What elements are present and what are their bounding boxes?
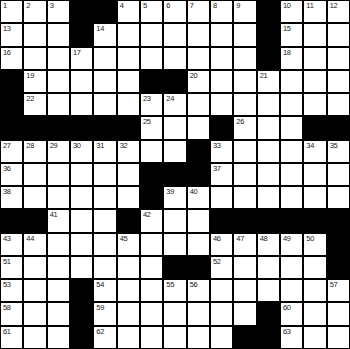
- cell-r3c3[interactable]: [71, 71, 92, 92]
- clue-number-46: 46: [213, 234, 221, 243]
- clue-number-6: 6: [166, 1, 170, 10]
- cell-r14c8[interactable]: [188, 327, 209, 348]
- cell-r5c10[interactable]: 26: [234, 117, 255, 138]
- clue-number-45: 45: [120, 234, 128, 243]
- cell-r2c8[interactable]: [188, 48, 209, 69]
- clue-number-16: 16: [3, 48, 11, 57]
- cell-r10c12[interactable]: 49: [281, 234, 302, 255]
- cell-r13c10[interactable]: [234, 303, 255, 324]
- cell-r10c8[interactable]: [188, 234, 209, 255]
- block-cell-r9c9: [211, 210, 232, 231]
- clue-number-27: 27: [3, 141, 11, 150]
- cell-r13c13[interactable]: [304, 303, 325, 324]
- cell-r5c7[interactable]: [164, 117, 185, 138]
- cell-r8c4[interactable]: [94, 187, 115, 208]
- cell-r7c1[interactable]: [24, 164, 45, 185]
- block-cell-r5c3: [71, 117, 92, 138]
- cell-r10c9[interactable]: 46: [211, 234, 232, 255]
- cell-r12c13[interactable]: [304, 280, 325, 301]
- cell-r0c12[interactable]: 10: [281, 1, 302, 22]
- cell-r2c6[interactable]: [141, 48, 162, 69]
- cell-r4c11[interactable]: [258, 94, 279, 115]
- block-cell-r9c0: [1, 210, 22, 231]
- clue-number-18: 18: [283, 48, 291, 57]
- cell-r2c14[interactable]: [328, 48, 349, 69]
- clue-number-5: 5: [143, 1, 147, 10]
- block-cell-r9c10: [234, 210, 255, 231]
- cell-r2c2[interactable]: [48, 48, 69, 69]
- cell-r11c12[interactable]: [281, 257, 302, 278]
- clue-number-2: 2: [26, 1, 30, 10]
- cell-r13c1[interactable]: [24, 303, 45, 324]
- cell-r13c9[interactable]: [211, 303, 232, 324]
- block-cell-r7c6: [141, 164, 162, 185]
- crossword-grid: 1234567891011121314151617181920212223242…: [0, 0, 350, 349]
- cell-r12c8[interactable]: 56: [188, 280, 209, 301]
- cell-r0c8[interactable]: 7: [188, 1, 209, 22]
- clue-number-13: 13: [3, 24, 11, 33]
- cell-r11c4[interactable]: [94, 257, 115, 278]
- clue-number-8: 8: [213, 1, 217, 10]
- block-cell-r11c7: [164, 257, 185, 278]
- block-cell-r5c13: [304, 117, 325, 138]
- cell-r10c3[interactable]: [71, 234, 92, 255]
- cell-r13c6[interactable]: [141, 303, 162, 324]
- clue-number-40: 40: [190, 187, 198, 196]
- clue-number-58: 58: [3, 303, 11, 312]
- cell-r7c9[interactable]: 37: [211, 164, 232, 185]
- cell-r10c11[interactable]: 48: [258, 234, 279, 255]
- cell-r4c4[interactable]: [94, 94, 115, 115]
- clue-number-41: 41: [50, 210, 58, 219]
- clue-number-23: 23: [143, 94, 151, 103]
- clue-number-10: 10: [283, 1, 291, 10]
- cell-r5c12[interactable]: [281, 117, 302, 138]
- cell-r0c14[interactable]: 12: [328, 1, 349, 22]
- clue-number-42: 42: [143, 210, 151, 219]
- cell-r12c11[interactable]: [258, 280, 279, 301]
- clue-number-17: 17: [73, 48, 81, 57]
- block-cell-r5c0: [1, 117, 22, 138]
- clue-number-50: 50: [306, 234, 314, 243]
- clue-number-59: 59: [96, 303, 104, 312]
- cell-r1c10[interactable]: [234, 24, 255, 45]
- block-cell-r0c4: [94, 1, 115, 22]
- cell-r1c4[interactable]: 14: [94, 24, 115, 45]
- cell-r11c5[interactable]: [118, 257, 139, 278]
- clue-number-11: 11: [306, 1, 313, 10]
- clue-number-29: 29: [50, 141, 58, 150]
- cell-r1c14[interactable]: [328, 24, 349, 45]
- cell-r4c12[interactable]: [281, 94, 302, 115]
- cell-r8c2[interactable]: [48, 187, 69, 208]
- cell-r6c7[interactable]: [164, 141, 185, 162]
- cell-r2c12[interactable]: 18: [281, 48, 302, 69]
- cell-r12c9[interactable]: [211, 280, 232, 301]
- cell-r13c8[interactable]: [188, 303, 209, 324]
- cell-r3c13[interactable]: [304, 71, 325, 92]
- cell-r2c5[interactable]: [118, 48, 139, 69]
- cell-r6c13[interactable]: 34: [304, 141, 325, 162]
- cell-r11c3[interactable]: [71, 257, 92, 278]
- clue-number-53: 53: [3, 280, 11, 289]
- cell-r12c6[interactable]: [141, 280, 162, 301]
- cell-r10c7[interactable]: [164, 234, 185, 255]
- cell-r10c13[interactable]: 50: [304, 234, 325, 255]
- cell-r0c9[interactable]: 8: [211, 1, 232, 22]
- cell-r7c0[interactable]: 36: [1, 164, 22, 185]
- block-cell-r14c10: [234, 327, 255, 348]
- cell-r14c4[interactable]: 62: [94, 327, 115, 348]
- cell-r4c8[interactable]: [188, 94, 209, 115]
- cell-r4c5[interactable]: [118, 94, 139, 115]
- cell-r13c7[interactable]: [164, 303, 185, 324]
- cell-r3c14[interactable]: [328, 71, 349, 92]
- cell-r1c1[interactable]: [24, 24, 45, 45]
- clue-number-33: 33: [213, 141, 221, 150]
- cell-r2c1[interactable]: [24, 48, 45, 69]
- block-cell-r6c8: [188, 141, 209, 162]
- block-cell-r9c13: [304, 210, 325, 231]
- cell-r1c2[interactable]: [48, 24, 69, 45]
- cell-r0c13[interactable]: 11: [304, 1, 325, 22]
- cell-r9c7[interactable]: [164, 210, 185, 231]
- block-cell-r5c2: [48, 117, 69, 138]
- cell-r7c12[interactable]: [281, 164, 302, 185]
- cell-r9c3[interactable]: [71, 210, 92, 231]
- clue-number-52: 52: [213, 257, 221, 266]
- block-cell-r13c11: [258, 303, 279, 324]
- block-cell-r8c6: [141, 187, 162, 208]
- cell-r6c11[interactable]: [258, 141, 279, 162]
- block-cell-r12c3: [71, 280, 92, 301]
- clue-number-44: 44: [26, 234, 34, 243]
- cell-r2c10[interactable]: [234, 48, 255, 69]
- cell-r1c12[interactable]: 15: [281, 24, 302, 45]
- cell-r1c8[interactable]: [188, 24, 209, 45]
- clue-number-56: 56: [190, 280, 198, 289]
- clue-number-19: 19: [26, 71, 34, 80]
- cell-r9c6[interactable]: 42: [141, 210, 162, 231]
- cell-r14c9[interactable]: [211, 327, 232, 348]
- cell-r7c11[interactable]: [258, 164, 279, 185]
- cell-r14c2[interactable]: [48, 327, 69, 348]
- cell-r8c14[interactable]: [328, 187, 349, 208]
- cell-r6c9[interactable]: 33: [211, 141, 232, 162]
- cell-r2c0[interactable]: 16: [1, 48, 22, 69]
- block-cell-r0c3: [71, 1, 92, 22]
- cell-r3c11[interactable]: 21: [258, 71, 279, 92]
- cell-r3c4[interactable]: [94, 71, 115, 92]
- cell-r8c9[interactable]: [211, 187, 232, 208]
- cell-r4c3[interactable]: [71, 94, 92, 115]
- cell-r1c7[interactable]: [164, 24, 185, 45]
- cell-r11c11[interactable]: [258, 257, 279, 278]
- clue-number-14: 14: [96, 24, 104, 33]
- cell-r3c12[interactable]: [281, 71, 302, 92]
- clue-number-3: 3: [50, 1, 54, 10]
- clue-number-20: 20: [190, 71, 198, 80]
- cell-r7c5[interactable]: [118, 164, 139, 185]
- cell-r6c12[interactable]: [281, 141, 302, 162]
- cell-r8c7[interactable]: 39: [164, 187, 185, 208]
- cell-r11c1[interactable]: [24, 257, 45, 278]
- clue-number-38: 38: [3, 187, 11, 196]
- cell-r14c5[interactable]: [118, 327, 139, 348]
- cell-r4c6[interactable]: 23: [141, 94, 162, 115]
- clue-number-15: 15: [283, 24, 291, 33]
- block-cell-r4c0: [1, 94, 22, 115]
- clue-number-34: 34: [306, 141, 314, 150]
- cell-r0c7[interactable]: 6: [164, 1, 185, 22]
- cell-r8c11[interactable]: [258, 187, 279, 208]
- cell-r0c5[interactable]: 4: [118, 1, 139, 22]
- cell-r12c0[interactable]: 53: [1, 280, 22, 301]
- cell-r11c0[interactable]: 51: [1, 257, 22, 278]
- block-cell-r1c11: [258, 24, 279, 45]
- cell-r10c2[interactable]: [48, 234, 69, 255]
- block-cell-r9c12: [281, 210, 302, 231]
- block-cell-r14c3: [71, 327, 92, 348]
- clue-number-1: 1: [3, 1, 7, 10]
- cell-r13c5[interactable]: [118, 303, 139, 324]
- cell-r1c6[interactable]: [141, 24, 162, 45]
- clue-number-36: 36: [3, 164, 11, 173]
- cell-r4c13[interactable]: [304, 94, 325, 115]
- clue-number-32: 32: [120, 141, 128, 150]
- cell-r9c4[interactable]: [94, 210, 115, 231]
- cell-r13c2[interactable]: [48, 303, 69, 324]
- cell-r4c9[interactable]: [211, 94, 232, 115]
- cell-r7c2[interactable]: [48, 164, 69, 185]
- clue-number-37: 37: [213, 164, 221, 173]
- cell-r0c0[interactable]: 1: [1, 1, 22, 22]
- cell-r11c6[interactable]: [141, 257, 162, 278]
- clue-number-39: 39: [166, 187, 174, 196]
- cell-r7c14[interactable]: [328, 164, 349, 185]
- block-cell-r11c8: [188, 257, 209, 278]
- cell-r8c1[interactable]: [24, 187, 45, 208]
- cell-r3c9[interactable]: [211, 71, 232, 92]
- cell-r5c6[interactable]: 25: [141, 117, 162, 138]
- clue-number-22: 22: [26, 94, 34, 103]
- block-cell-r5c1: [24, 117, 45, 138]
- clue-number-62: 62: [96, 327, 104, 336]
- cell-r14c14[interactable]: [328, 327, 349, 348]
- clue-number-48: 48: [260, 234, 268, 243]
- cell-r6c5[interactable]: 32: [118, 141, 139, 162]
- cell-r1c0[interactable]: 13: [1, 24, 22, 45]
- clue-number-47: 47: [236, 234, 244, 243]
- clue-number-55: 55: [166, 280, 174, 289]
- block-cell-r3c0: [1, 71, 22, 92]
- block-cell-r5c4: [94, 117, 115, 138]
- cell-r0c6[interactable]: 5: [141, 1, 162, 22]
- clue-number-4: 4: [120, 1, 124, 10]
- block-cell-r5c14: [328, 117, 349, 138]
- cell-r11c2[interactable]: [48, 257, 69, 278]
- clue-number-26: 26: [236, 117, 244, 126]
- cell-r14c0[interactable]: 61: [1, 327, 22, 348]
- cell-r6c3[interactable]: 30: [71, 141, 92, 162]
- cell-r4c7[interactable]: 24: [164, 94, 185, 115]
- cell-r8c0[interactable]: 38: [1, 187, 22, 208]
- cell-r11c13[interactable]: [304, 257, 325, 278]
- cell-r12c10[interactable]: [234, 280, 255, 301]
- clue-number-28: 28: [26, 141, 34, 150]
- cell-r10c1[interactable]: 44: [24, 234, 45, 255]
- cell-r13c0[interactable]: 58: [1, 303, 22, 324]
- cell-r6c4[interactable]: 31: [94, 141, 115, 162]
- cell-r14c6[interactable]: [141, 327, 162, 348]
- cell-r10c6[interactable]: [141, 234, 162, 255]
- block-cell-r11c14: [328, 257, 349, 278]
- cell-r3c1[interactable]: 19: [24, 71, 45, 92]
- cell-r10c5[interactable]: 45: [118, 234, 139, 255]
- cell-r0c2[interactable]: 3: [48, 1, 69, 22]
- cell-r0c10[interactable]: 9: [234, 1, 255, 22]
- clue-number-57: 57: [330, 280, 338, 289]
- block-cell-r9c5: [118, 210, 139, 231]
- cell-r14c12[interactable]: 63: [281, 327, 302, 348]
- cell-r8c5[interactable]: [118, 187, 139, 208]
- cell-r10c10[interactable]: 47: [234, 234, 255, 255]
- cell-r2c7[interactable]: [164, 48, 185, 69]
- cell-r7c13[interactable]: [304, 164, 325, 185]
- cell-r8c10[interactable]: [234, 187, 255, 208]
- cell-r8c8[interactable]: 40: [188, 187, 209, 208]
- cell-r10c0[interactable]: 43: [1, 234, 22, 255]
- clue-number-54: 54: [96, 280, 104, 289]
- cell-r13c12[interactable]: 60: [281, 303, 302, 324]
- cell-r12c7[interactable]: 55: [164, 280, 185, 301]
- clue-number-25: 25: [143, 117, 151, 126]
- cell-r6c2[interactable]: 29: [48, 141, 69, 162]
- cell-r1c13[interactable]: [304, 24, 325, 45]
- clue-number-35: 35: [330, 141, 338, 150]
- cell-r13c14[interactable]: [328, 303, 349, 324]
- cell-r11c10[interactable]: [234, 257, 255, 278]
- cell-r5c11[interactable]: [258, 117, 279, 138]
- cell-r3c8[interactable]: 20: [188, 71, 209, 92]
- cell-r2c13[interactable]: [304, 48, 325, 69]
- block-cell-r13c3: [71, 303, 92, 324]
- clue-number-30: 30: [73, 141, 81, 150]
- cell-r12c12[interactable]: [281, 280, 302, 301]
- cell-r1c5[interactable]: [118, 24, 139, 45]
- clue-number-24: 24: [166, 94, 174, 103]
- clue-number-12: 12: [330, 1, 338, 10]
- block-cell-r9c1: [24, 210, 45, 231]
- cell-r14c7[interactable]: [164, 327, 185, 348]
- block-cell-r5c9: [211, 117, 232, 138]
- block-cell-r7c8: [188, 164, 209, 185]
- block-cell-r10c14: [328, 234, 349, 255]
- cell-r4c14[interactable]: [328, 94, 349, 115]
- cell-r8c3[interactable]: [71, 187, 92, 208]
- cell-r14c1[interactable]: [24, 327, 45, 348]
- clue-number-7: 7: [190, 1, 194, 10]
- block-cell-r9c14: [328, 210, 349, 231]
- cell-r5c8[interactable]: [188, 117, 209, 138]
- block-cell-r14c11: [258, 327, 279, 348]
- cell-r12c4[interactable]: 54: [94, 280, 115, 301]
- cell-r3c10[interactable]: [234, 71, 255, 92]
- cell-r10c4[interactable]: [94, 234, 115, 255]
- cell-r6c0[interactable]: 27: [1, 141, 22, 162]
- cell-r12c5[interactable]: [118, 280, 139, 301]
- cell-r11c9[interactable]: 52: [211, 257, 232, 278]
- block-cell-r3c7: [164, 71, 185, 92]
- cell-r1c9[interactable]: [211, 24, 232, 45]
- block-cell-r3c6: [141, 71, 162, 92]
- cell-r4c10[interactable]: [234, 94, 255, 115]
- cell-r14c13[interactable]: [304, 327, 325, 348]
- clue-number-31: 31: [96, 141, 104, 150]
- cell-r6c1[interactable]: 28: [24, 141, 45, 162]
- cell-r13c4[interactable]: 59: [94, 303, 115, 324]
- cell-r2c3[interactable]: 17: [71, 48, 92, 69]
- cell-r7c3[interactable]: [71, 164, 92, 185]
- block-cell-r7c7: [164, 164, 185, 185]
- clue-number-63: 63: [283, 327, 291, 336]
- block-cell-r0c11: [258, 1, 279, 22]
- clue-number-61: 61: [3, 327, 11, 336]
- cell-r6c14[interactable]: 35: [328, 141, 349, 162]
- clue-number-9: 9: [236, 1, 240, 10]
- block-cell-r1c3: [71, 24, 92, 45]
- cell-r4c2[interactable]: [48, 94, 69, 115]
- cell-r8c12[interactable]: [281, 187, 302, 208]
- clue-number-49: 49: [283, 234, 291, 243]
- clue-number-51: 51: [3, 257, 11, 266]
- cell-r7c4[interactable]: [94, 164, 115, 185]
- cell-r3c2[interactable]: [48, 71, 69, 92]
- cell-r0c1[interactable]: 2: [24, 1, 45, 22]
- cell-r9c2[interactable]: 41: [48, 210, 69, 231]
- cell-r12c14[interactable]: 57: [328, 280, 349, 301]
- cell-r9c8[interactable]: [188, 210, 209, 231]
- clue-number-60: 60: [283, 303, 291, 312]
- cell-r12c2[interactable]: [48, 280, 69, 301]
- cell-r4c1[interactable]: 22: [24, 94, 45, 115]
- block-cell-r5c5: [118, 117, 139, 138]
- clue-number-43: 43: [3, 234, 11, 243]
- cell-r12c1[interactable]: [24, 280, 45, 301]
- cell-r7c10[interactable]: [234, 164, 255, 185]
- block-cell-r9c11: [258, 210, 279, 231]
- cell-r6c6[interactable]: [141, 141, 162, 162]
- cell-r3c5[interactable]: [118, 71, 139, 92]
- block-cell-r2c11: [258, 48, 279, 69]
- cell-r2c4[interactable]: [94, 48, 115, 69]
- cell-r6c10[interactable]: [234, 141, 255, 162]
- clue-number-21: 21: [260, 71, 268, 80]
- cell-r2c9[interactable]: [211, 48, 232, 69]
- cell-r8c13[interactable]: [304, 187, 325, 208]
